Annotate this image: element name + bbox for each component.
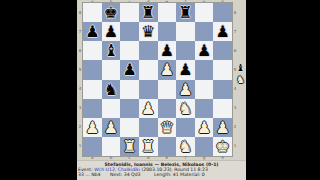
square-e6[interactable]: ♟: [158, 41, 177, 60]
square-d6[interactable]: [139, 41, 158, 60]
square-a8[interactable]: [83, 3, 102, 22]
square-h7[interactable]: ♟: [213, 22, 232, 41]
square-c6[interactable]: [120, 41, 139, 60]
square-b8[interactable]: ♚: [102, 3, 121, 22]
square-g2[interactable]: ♟: [195, 118, 214, 137]
square-c7[interactable]: [120, 22, 139, 41]
video-frame: abcdefgh ♚♜♜♟♟♛♟♝♟♟♟♟♟♞♟♟♞♟♟♛♟♟♜♜♞♚ abcd…: [77, 0, 246, 180]
black-king-piece: ♚: [104, 3, 118, 22]
white-pawn-piece: ♟: [85, 118, 99, 137]
black-pawn-piece: ♟: [197, 41, 211, 60]
coord-label-7: 7: [233, 22, 237, 41]
coord-label-5: 5: [78, 60, 82, 79]
next-move: Next: 34 Qd3: [110, 172, 140, 177]
square-h4[interactable]: [213, 80, 232, 99]
coord-label-7: 7: [78, 22, 82, 41]
white-knight-material-icon: ♞: [235, 74, 246, 86]
square-b1[interactable]: [102, 137, 121, 156]
square-g5[interactable]: [195, 60, 214, 79]
square-g7[interactable]: [195, 22, 214, 41]
coord-label-1: 1: [78, 137, 82, 156]
square-d8[interactable]: ♜: [139, 3, 158, 22]
square-d5[interactable]: [139, 60, 158, 79]
square-b6[interactable]: ♝: [102, 41, 121, 60]
black-pawn-piece: ♟: [104, 22, 118, 41]
square-d3[interactable]: ♟: [139, 99, 158, 118]
coord-label-2: 2: [233, 118, 237, 137]
square-a4[interactable]: [83, 80, 102, 99]
square-f7[interactable]: [176, 22, 195, 41]
square-f8[interactable]: ♜: [176, 3, 195, 22]
coord-label-1: 1: [233, 137, 237, 156]
black-pawn-piece: ♟: [160, 41, 174, 60]
square-e1[interactable]: [158, 137, 177, 156]
square-b3[interactable]: [102, 99, 121, 118]
square-e3[interactable]: [158, 99, 177, 118]
square-a1[interactable]: [83, 137, 102, 156]
square-g4[interactable]: [195, 80, 214, 99]
square-e5[interactable]: ♟: [158, 60, 177, 79]
white-king-piece: ♚: [216, 137, 230, 156]
square-f6[interactable]: [176, 41, 195, 60]
square-a5[interactable]: [83, 60, 102, 79]
square-b7[interactable]: ♟: [102, 22, 121, 41]
rank-labels-left: 87654321: [78, 3, 82, 156]
square-e8[interactable]: [158, 3, 177, 22]
square-h5[interactable]: [213, 60, 232, 79]
white-knight-piece: ♞: [178, 99, 192, 118]
square-h8[interactable]: [213, 3, 232, 22]
white-pawn-piece: ♟: [197, 118, 211, 137]
square-d1[interactable]: ♜: [139, 137, 158, 156]
black-bishop-material-icon: ♝: [235, 62, 246, 74]
square-h1[interactable]: ♚: [213, 137, 232, 156]
black-pawn-piece: ♟: [122, 60, 136, 79]
black-pawn-piece: ♟: [85, 22, 99, 41]
square-d7[interactable]: ♛: [139, 22, 158, 41]
game-info-panel: Stefanidis, Ioannis — Belezis, Nikolaos …: [77, 160, 246, 180]
square-d2[interactable]: [139, 118, 158, 137]
square-d4[interactable]: [139, 80, 158, 99]
coord-label-8: 8: [78, 3, 82, 22]
white-pawn-piece: ♟: [141, 99, 155, 118]
square-a7[interactable]: ♟: [83, 22, 102, 41]
white-queen-piece: ♛: [160, 118, 174, 137]
last-move: 33 ... Nb4: [78, 172, 100, 177]
black-rook-piece: ♜: [141, 3, 155, 22]
square-f5[interactable]: ♟: [176, 60, 195, 79]
square-c8[interactable]: [120, 3, 139, 22]
square-e4[interactable]: [158, 80, 177, 99]
square-c1[interactable]: ♜: [120, 137, 139, 156]
black-knight-piece: ♞: [104, 80, 118, 99]
square-a6[interactable]: [83, 41, 102, 60]
square-f1[interactable]: ♞: [176, 137, 195, 156]
white-rook-piece: ♜: [122, 137, 136, 156]
square-f2[interactable]: [176, 118, 195, 137]
square-f3[interactable]: ♞: [176, 99, 195, 118]
white-pawn-piece: ♟: [178, 80, 192, 99]
black-pawn-piece: ♟: [178, 60, 192, 79]
square-f4[interactable]: ♟: [176, 80, 195, 99]
coord-label-6: 6: [233, 41, 237, 60]
black-queen-piece: ♛: [141, 22, 155, 41]
square-g8[interactable]: [195, 3, 214, 22]
square-g1[interactable]: [195, 137, 214, 156]
coord-label-4: 4: [78, 80, 82, 99]
square-b2[interactable]: ♟: [102, 118, 121, 137]
white-pawn-piece: ♟: [104, 118, 118, 137]
chessboard: ♚♜♜♟♟♛♟♝♟♟♟♟♟♞♟♟♞♟♟♛♟♟♜♜♞♚: [83, 3, 232, 156]
square-g6[interactable]: ♟: [195, 41, 214, 60]
coord-label-3: 3: [78, 99, 82, 118]
square-c4[interactable]: [120, 80, 139, 99]
square-a2[interactable]: ♟: [83, 118, 102, 137]
black-pawn-piece: ♟: [216, 22, 230, 41]
square-h2[interactable]: ♟: [213, 118, 232, 137]
square-e2[interactable]: ♛: [158, 118, 177, 137]
white-pawn-piece: ♟: [216, 118, 230, 137]
material-balance: Material: 0: [180, 172, 205, 177]
coord-label-8: 8: [233, 3, 237, 22]
square-g3[interactable]: [195, 99, 214, 118]
white-knight-piece: ♞: [178, 137, 192, 156]
game-length: Length: 41: [154, 172, 179, 177]
coord-label-3: 3: [233, 99, 237, 118]
square-b5[interactable]: [102, 60, 121, 79]
material-tray: ♝ ♞: [235, 62, 246, 86]
square-c3[interactable]: [120, 99, 139, 118]
square-c5[interactable]: ♟: [120, 60, 139, 79]
white-pawn-piece: ♟: [160, 60, 174, 79]
black-bishop-piece: ♝: [104, 41, 118, 60]
square-h6[interactable]: [213, 41, 232, 60]
square-c2[interactable]: [120, 118, 139, 137]
square-h3[interactable]: [213, 99, 232, 118]
square-e7[interactable]: [158, 22, 177, 41]
coord-label-2: 2: [78, 118, 82, 137]
square-a3[interactable]: [83, 99, 102, 118]
black-rook-piece: ♜: [178, 3, 192, 22]
coord-label-6: 6: [78, 41, 82, 60]
square-b4[interactable]: ♞: [102, 80, 121, 99]
white-rook-piece: ♜: [141, 137, 155, 156]
